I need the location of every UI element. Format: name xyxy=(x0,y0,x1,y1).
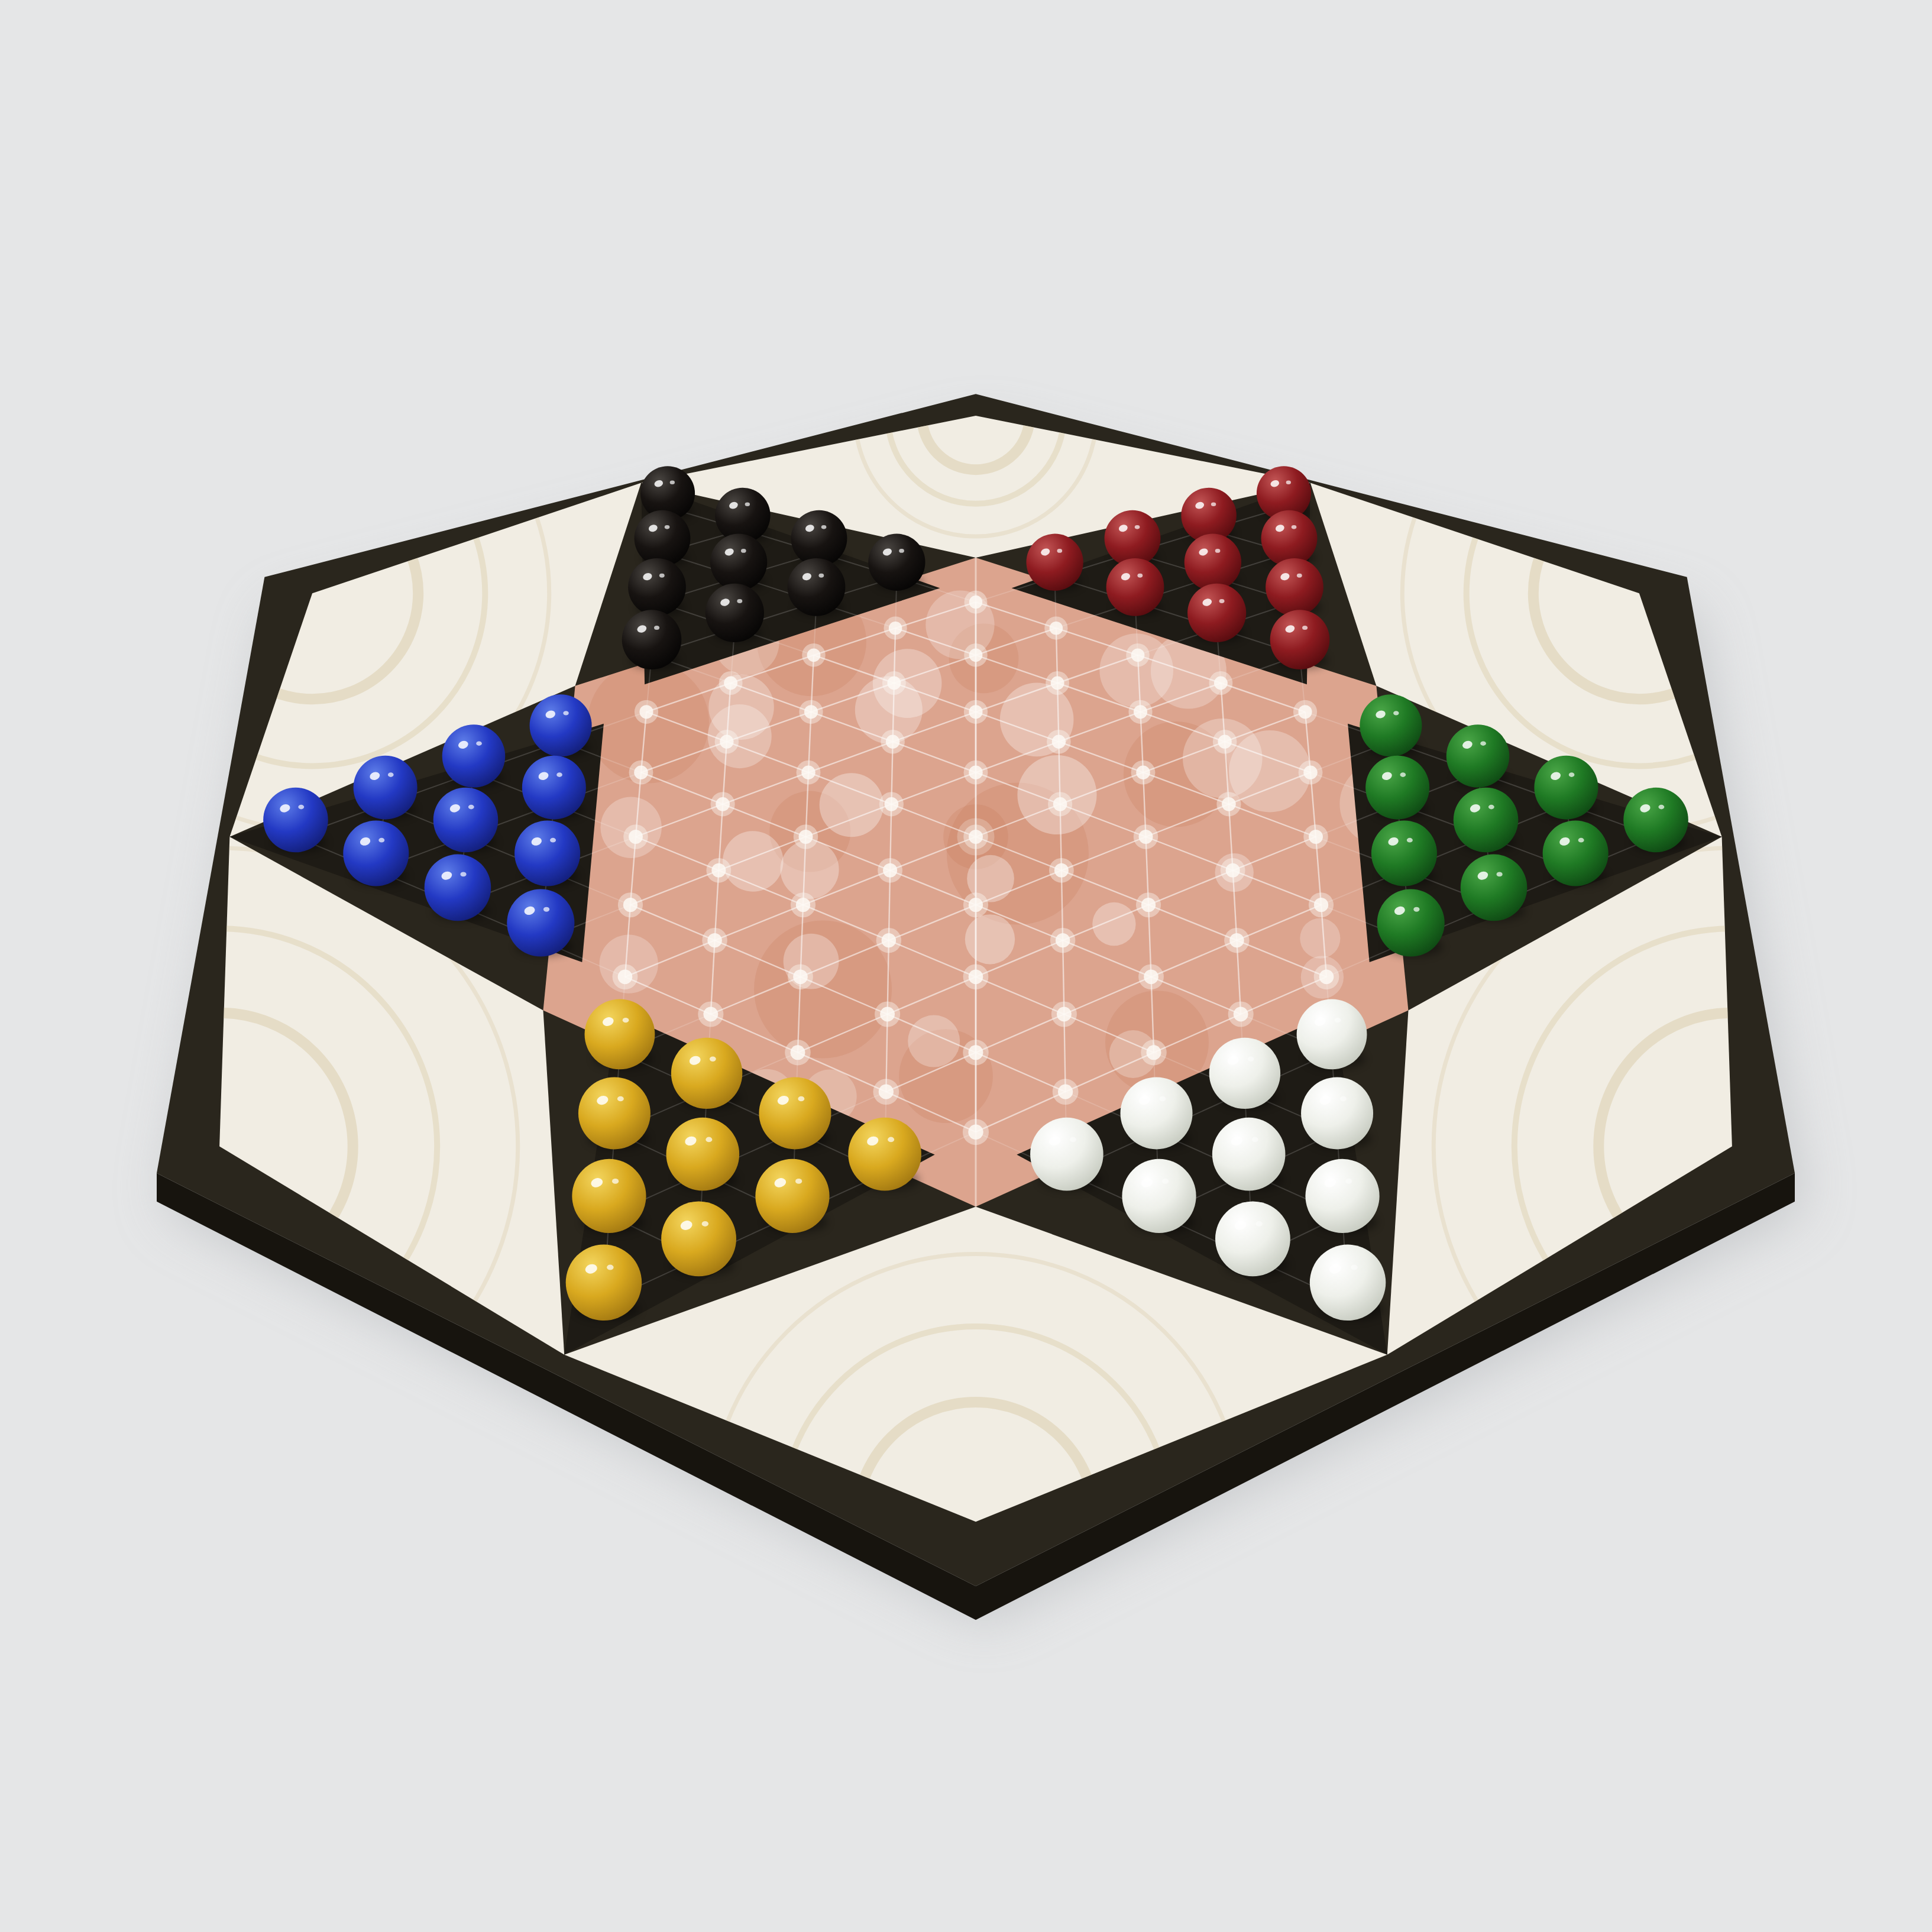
hole-c13-r8[interactable] xyxy=(1319,969,1334,984)
hole-c13-r4[interactable] xyxy=(1298,705,1312,719)
marble-white-5[interactable] xyxy=(1030,1118,1103,1191)
marble-sphere xyxy=(1030,1118,1103,1191)
marble-green-2[interactable] xyxy=(1446,724,1510,788)
marble-blue-5[interactable] xyxy=(263,788,328,853)
marble-highlight-2 xyxy=(745,503,750,507)
hole-c6-r5[interactable] xyxy=(716,797,730,811)
marble-sphere xyxy=(1187,584,1246,642)
marble-sphere xyxy=(628,558,686,616)
hole-c9-r5[interactable] xyxy=(969,898,983,912)
marble-highlight-2 xyxy=(1658,805,1664,810)
marble-highlight-2 xyxy=(563,711,568,715)
marble-sphere xyxy=(1212,1118,1286,1191)
rose-light-patch xyxy=(780,840,839,899)
hole-c9-r8[interactable] xyxy=(968,1124,983,1139)
hole-c11-r6[interactable] xyxy=(1141,898,1156,912)
marble-white-10[interactable] xyxy=(1310,1245,1386,1321)
marble-yellow-10[interactable] xyxy=(566,1245,642,1321)
hole-c12-r5[interactable] xyxy=(1222,797,1236,811)
marble-highlight-2 xyxy=(741,549,746,553)
marble-sphere xyxy=(263,788,328,853)
marble-highlight-2 xyxy=(476,741,482,745)
marble-sphere xyxy=(1310,1245,1386,1321)
marble-sphere xyxy=(710,534,767,591)
marble-red-4[interactable] xyxy=(1261,510,1318,567)
marble-highlight-2 xyxy=(1211,503,1216,507)
marble-highlight-2 xyxy=(1497,872,1503,876)
marble-sphere xyxy=(788,558,846,616)
hole-c8-r3[interactable] xyxy=(886,735,899,749)
marble-sphere xyxy=(1305,1159,1379,1233)
hole-c10-r3[interactable] xyxy=(1052,735,1066,749)
hole-c8-r7[interactable] xyxy=(880,1007,895,1022)
hole-c5-r8[interactable] xyxy=(618,969,633,984)
marble-yellow-7[interactable] xyxy=(572,1159,646,1233)
marble-sphere xyxy=(1209,1038,1280,1109)
hole-c10-r2[interactable] xyxy=(1051,677,1064,690)
marble-sphere xyxy=(578,1077,651,1149)
marble-sphere xyxy=(868,534,925,591)
hole-c13-r6[interactable] xyxy=(1309,830,1323,844)
marble-highlight-2 xyxy=(1407,838,1413,843)
marble-green-8[interactable] xyxy=(1543,820,1609,886)
hole-c11-r3[interactable] xyxy=(1134,705,1147,719)
marble-highlight-2 xyxy=(1159,1096,1166,1102)
hole-c11-r8[interactable] xyxy=(1147,1045,1161,1060)
hole-c8-r2[interactable] xyxy=(887,677,901,690)
marble-sphere xyxy=(1371,820,1437,886)
marble-sphere xyxy=(585,999,655,1069)
marble-highlight-2 xyxy=(388,772,394,777)
hole-c5-r5[interactable] xyxy=(634,765,648,779)
marble-highlight-2 xyxy=(737,599,742,603)
marble-green-3[interactable] xyxy=(1365,756,1429,820)
marble-sphere xyxy=(1026,534,1083,591)
marble-sphere xyxy=(1360,694,1422,756)
marble-black-9[interactable] xyxy=(706,584,764,642)
marble-highlight-2 xyxy=(1057,549,1062,553)
marble-highlight-2 xyxy=(1252,1137,1258,1143)
marble-highlight-2 xyxy=(607,1265,614,1270)
hole-c11-r2[interactable] xyxy=(1131,648,1145,662)
hole-c7-r4[interactable] xyxy=(801,765,815,779)
hole-c9-r7[interactable] xyxy=(968,1045,983,1060)
marble-red-3[interactable] xyxy=(1105,510,1161,567)
marble-sphere xyxy=(661,1201,736,1276)
marble-blue-3[interactable] xyxy=(354,756,418,820)
marble-sphere xyxy=(1534,756,1598,820)
marble-black-8[interactable] xyxy=(788,558,846,616)
hole-c8-r1[interactable] xyxy=(889,622,902,635)
marble-sphere xyxy=(566,1245,642,1321)
hole-c9-r2[interactable] xyxy=(969,705,982,719)
marble-highlight-2 xyxy=(888,1137,894,1143)
marble-sphere xyxy=(354,756,418,820)
marble-highlight-2 xyxy=(617,1096,624,1102)
marble-yellow-3[interactable] xyxy=(578,1077,651,1149)
marble-yellow-2[interactable] xyxy=(671,1038,742,1109)
marble-highlight-2 xyxy=(1578,838,1584,843)
hole-c8-r8[interactable] xyxy=(879,1085,894,1099)
marble-highlight-2 xyxy=(1286,481,1291,484)
marble-blue-8[interactable] xyxy=(514,820,580,886)
hole-c7-r7[interactable] xyxy=(793,969,808,984)
marble-green-7[interactable] xyxy=(1371,820,1437,886)
hole-c8-r6[interactable] xyxy=(882,933,896,947)
hole-c12-r8[interactable] xyxy=(1234,1007,1248,1022)
hole-c12-r6[interactable] xyxy=(1226,863,1240,878)
marble-highlight-2 xyxy=(1162,1179,1169,1184)
hole-c6-r4[interactable] xyxy=(720,735,733,749)
marble-sphere xyxy=(1461,855,1528,921)
marble-highlight-2 xyxy=(1070,1137,1076,1143)
rose-light-patch xyxy=(1300,918,1340,959)
marble-sphere xyxy=(1623,788,1688,853)
marble-sphere xyxy=(671,1038,742,1109)
marble-sphere xyxy=(425,855,491,921)
marble-sphere xyxy=(1185,534,1241,591)
marble-highlight-2 xyxy=(821,525,827,529)
marble-green-1[interactable] xyxy=(1360,694,1422,756)
marble-highlight-2 xyxy=(1480,741,1486,745)
marble-highlight-2 xyxy=(1569,772,1575,777)
marble-green-10[interactable] xyxy=(1377,889,1445,956)
marble-sphere xyxy=(1270,610,1330,669)
marble-highlight-2 xyxy=(556,772,562,777)
chinese-checkers-board xyxy=(0,0,1932,1932)
marble-sphere xyxy=(848,1118,921,1191)
marble-highlight-2 xyxy=(543,907,549,912)
rose-light-patch xyxy=(965,914,1015,964)
marble-blue-4[interactable] xyxy=(522,756,586,820)
marble-sphere xyxy=(1377,889,1445,956)
hole-c11-r7[interactable] xyxy=(1144,969,1158,984)
marble-highlight-2 xyxy=(378,838,384,843)
marble-yellow-9[interactable] xyxy=(661,1201,736,1276)
hole-c6-r7[interactable] xyxy=(707,933,721,947)
marble-white-9[interactable] xyxy=(1215,1201,1290,1276)
rose-light-patch xyxy=(908,1015,960,1067)
hole-c11-r4[interactable] xyxy=(1136,765,1150,779)
marble-sphere xyxy=(1301,1077,1373,1149)
marble-highlight-2 xyxy=(702,1221,708,1226)
marble-highlight-2 xyxy=(706,1137,712,1143)
marble-blue-6[interactable] xyxy=(433,788,499,853)
marble-sphere xyxy=(622,610,682,669)
marble-sphere xyxy=(666,1118,740,1191)
marble-sphere xyxy=(791,510,847,567)
marble-highlight-2 xyxy=(1393,711,1399,715)
hole-c5-r7[interactable] xyxy=(623,898,637,912)
marble-highlight-2 xyxy=(623,1018,629,1022)
marble-sphere xyxy=(442,724,506,788)
marble-highlight-2 xyxy=(1255,1221,1262,1226)
hole-c7-r3[interactable] xyxy=(804,705,818,719)
marble-red-9[interactable] xyxy=(1187,584,1246,642)
marble-black-3[interactable] xyxy=(635,510,691,567)
marble-white-4[interactable] xyxy=(1301,1077,1373,1149)
marble-yellow-6[interactable] xyxy=(848,1118,921,1191)
marble-highlight-2 xyxy=(710,1057,716,1062)
marble-sphere xyxy=(507,889,574,956)
marble-blue-10[interactable] xyxy=(507,889,574,956)
hole-c6-r8[interactable] xyxy=(703,1007,718,1022)
marble-green-5[interactable] xyxy=(1454,788,1519,853)
hole-c11-r5[interactable] xyxy=(1139,830,1153,844)
marble-sphere xyxy=(1266,558,1323,616)
marble-highlight-2 xyxy=(1340,1096,1347,1102)
hole-c9-r4[interactable] xyxy=(969,830,983,844)
marble-sphere xyxy=(635,510,691,567)
hole-c7-r6[interactable] xyxy=(796,898,810,912)
hole-c6-r6[interactable] xyxy=(711,863,726,878)
marble-green-4[interactable] xyxy=(1534,756,1598,820)
marble-sphere xyxy=(572,1159,646,1233)
hole-c7-r2[interactable] xyxy=(807,648,821,662)
marble-blue-1[interactable] xyxy=(530,694,592,756)
marble-sphere xyxy=(1215,1201,1290,1276)
marble-green-9[interactable] xyxy=(1461,855,1528,921)
hole-c13-r7[interactable] xyxy=(1314,898,1328,912)
marble-red-8[interactable] xyxy=(1266,558,1323,616)
marble-sphere xyxy=(433,788,499,853)
marble-highlight-2 xyxy=(612,1179,619,1184)
marble-highlight-2 xyxy=(654,626,659,630)
marble-highlight-2 xyxy=(1297,574,1302,578)
hole-c12-r3[interactable] xyxy=(1214,677,1228,690)
hole-c10-r7[interactable] xyxy=(1057,1007,1072,1022)
marble-highlight-2 xyxy=(1215,549,1221,553)
marble-sphere xyxy=(1365,756,1429,820)
marble-sphere xyxy=(514,820,580,886)
marble-yellow-4[interactable] xyxy=(759,1077,831,1149)
marble-sphere xyxy=(755,1159,829,1233)
hole-c6-r3[interactable] xyxy=(724,677,737,690)
marble-sphere xyxy=(1122,1159,1196,1233)
marble-highlight-2 xyxy=(1413,907,1419,912)
marble-highlight-2 xyxy=(298,805,304,810)
marble-sphere xyxy=(1105,510,1161,567)
marble-white-3[interactable] xyxy=(1121,1077,1193,1149)
hole-c10-r1[interactable] xyxy=(1050,622,1063,635)
marble-sphere xyxy=(1261,510,1318,567)
marble-red-5[interactable] xyxy=(1026,534,1083,591)
marble-yellow-5[interactable] xyxy=(666,1118,740,1191)
marble-black-5[interactable] xyxy=(710,534,767,591)
hole-c9-r3[interactable] xyxy=(969,765,983,779)
marble-green-6[interactable] xyxy=(1623,788,1688,853)
hole-c12-r7[interactable] xyxy=(1229,933,1244,947)
marble-sphere xyxy=(706,584,764,642)
marble-highlight-2 xyxy=(795,1179,802,1184)
marble-blue-2[interactable] xyxy=(442,724,506,788)
board-photo xyxy=(0,0,1932,1932)
hole-c9-r6[interactable] xyxy=(969,969,983,984)
rose-light-patch xyxy=(723,831,784,892)
marble-sphere xyxy=(343,820,409,886)
marble-blue-7[interactable] xyxy=(343,820,409,886)
hole-c10-r4[interactable] xyxy=(1053,797,1067,811)
marble-red-6[interactable] xyxy=(1185,534,1241,591)
marble-highlight-2 xyxy=(665,525,670,529)
hole-c10-r5[interactable] xyxy=(1054,863,1069,878)
marble-sphere xyxy=(1121,1077,1193,1149)
hole-c8-r5[interactable] xyxy=(883,863,897,878)
hole-c13-r5[interactable] xyxy=(1303,765,1318,779)
marble-sphere xyxy=(1446,724,1510,788)
marble-highlight-2 xyxy=(1137,574,1143,578)
marble-highlight-2 xyxy=(798,1096,804,1102)
hole-c7-r8[interactable] xyxy=(790,1045,805,1060)
marble-sphere xyxy=(1543,820,1609,886)
hole-c12-r4[interactable] xyxy=(1218,735,1231,749)
marble-highlight-2 xyxy=(818,574,824,578)
marble-black-7[interactable] xyxy=(628,558,686,616)
marble-highlight-2 xyxy=(460,872,466,876)
marble-white-1[interactable] xyxy=(1297,999,1367,1069)
marble-highlight-2 xyxy=(1292,525,1297,529)
rose-light-patch xyxy=(1092,902,1135,946)
marble-red-10[interactable] xyxy=(1270,610,1330,669)
marble-highlight-2 xyxy=(1351,1265,1358,1270)
hole-c10-r6[interactable] xyxy=(1056,933,1070,947)
marble-highlight-2 xyxy=(1219,599,1225,603)
marble-sphere xyxy=(1106,558,1164,616)
marble-white-6[interactable] xyxy=(1212,1118,1286,1191)
marble-sphere xyxy=(530,694,592,756)
marble-white-2[interactable] xyxy=(1209,1038,1280,1109)
marble-highlight-2 xyxy=(468,805,474,810)
marble-yellow-8[interactable] xyxy=(755,1159,829,1233)
hole-c8-r4[interactable] xyxy=(885,797,899,811)
marble-highlight-2 xyxy=(899,549,904,553)
marble-sphere xyxy=(1454,788,1519,853)
hole-c5-r4[interactable] xyxy=(639,705,653,719)
marble-red-7[interactable] xyxy=(1106,558,1164,616)
marble-white-7[interactable] xyxy=(1122,1159,1196,1233)
marble-white-8[interactable] xyxy=(1305,1159,1379,1233)
hole-c7-r5[interactable] xyxy=(799,830,813,844)
marble-highlight-2 xyxy=(1488,805,1494,810)
marble-sphere xyxy=(759,1077,831,1149)
marble-highlight-2 xyxy=(1335,1018,1341,1022)
marble-black-4[interactable] xyxy=(791,510,847,567)
marble-black-6[interactable] xyxy=(868,534,925,591)
marble-highlight-2 xyxy=(1135,525,1140,529)
marble-yellow-1[interactable] xyxy=(585,999,655,1069)
marble-highlight-2 xyxy=(1345,1179,1352,1184)
marble-highlight-2 xyxy=(670,481,675,484)
hole-c5-r6[interactable] xyxy=(629,830,643,844)
marble-highlight-2 xyxy=(1400,772,1406,777)
marble-highlight-2 xyxy=(1302,626,1308,630)
marble-sphere xyxy=(522,756,586,820)
hole-c10-r8[interactable] xyxy=(1058,1085,1073,1099)
hole-c9-r0[interactable] xyxy=(969,596,982,609)
marble-highlight-2 xyxy=(1248,1057,1254,1062)
hole-c9-r1[interactable] xyxy=(969,648,983,662)
marble-highlight-2 xyxy=(550,838,556,843)
marble-highlight-2 xyxy=(659,574,665,578)
marble-black-10[interactable] xyxy=(622,610,682,669)
marble-sphere xyxy=(1297,999,1367,1069)
marble-blue-9[interactable] xyxy=(425,855,491,921)
